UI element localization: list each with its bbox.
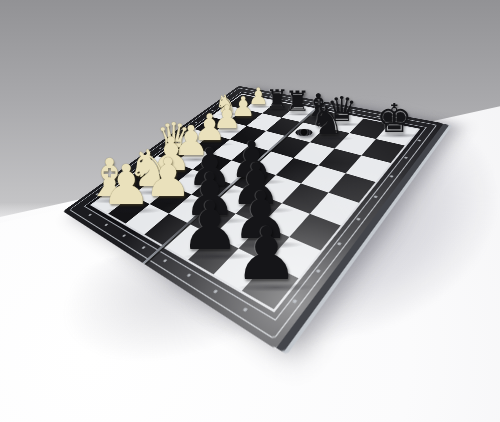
- rivet-dot: [186, 273, 191, 277]
- rivet-dot: [177, 134, 180, 136]
- rivet-dot: [95, 193, 99, 195]
- rivet-dot: [242, 307, 248, 312]
- photo-of-chess-set: ♝♟♞♟♟♛♟♟♟♞♟♟♟♜♟♟♝♟♟♞♛♜♟♟♚: [0, 0, 500, 422]
- rivet-dot: [404, 156, 408, 158]
- rivet-dot: [104, 223, 108, 226]
- rivet-dot: [351, 111, 354, 113]
- rivet-dot: [403, 121, 407, 123]
- rivet-dot: [195, 122, 198, 124]
- rivet-dot: [159, 147, 162, 149]
- rivet-dot: [252, 92, 255, 93]
- rivet-dot: [417, 139, 421, 141]
- rivet-dot: [329, 107, 332, 109]
- rivet-dot: [288, 99, 291, 100]
- rivet-dot: [337, 242, 342, 246]
- rivet-dot: [211, 110, 214, 111]
- rivet-dot: [163, 259, 168, 263]
- rivet-dot: [88, 214, 92, 217]
- rivet-dot: [389, 175, 393, 178]
- rivet-dot: [122, 234, 126, 237]
- rivet-dot: [141, 246, 145, 249]
- rivet-dot: [139, 161, 142, 163]
- rivet-dot: [292, 299, 298, 304]
- rivet-dot: [118, 177, 121, 179]
- rivet-dot: [226, 99, 229, 100]
- rivet-dot: [373, 195, 378, 198]
- rivet-dot: [356, 217, 361, 220]
- rivet-dot: [307, 103, 310, 104]
- rivet-dot: [315, 269, 320, 273]
- rivet-dot: [269, 95, 272, 96]
- rivet-dot: [213, 289, 218, 293]
- rivet-dot: [376, 116, 380, 118]
